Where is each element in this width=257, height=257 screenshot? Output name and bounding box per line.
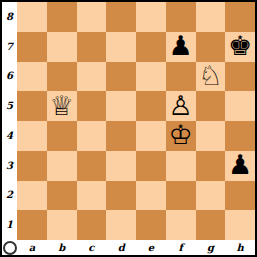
square-f7[interactable]: ♟ — [166, 32, 196, 62]
file-label-f: f — [166, 240, 196, 255]
square-f5[interactable]: ♙ — [166, 91, 196, 121]
square-c5[interactable] — [77, 91, 107, 121]
square-a1[interactable] — [17, 210, 47, 240]
square-d2[interactable] — [106, 181, 136, 211]
side-to-move-corner — [2, 240, 17, 255]
square-h3[interactable]: ♟ — [225, 151, 255, 181]
square-a8[interactable] — [17, 2, 47, 32]
rank-label-2: 2 — [2, 181, 17, 211]
file-label-a: a — [17, 240, 47, 255]
rank-label-4: 4 — [2, 121, 17, 151]
file-label-h: h — [225, 240, 255, 255]
square-b8[interactable] — [47, 2, 77, 32]
piece-white-king[interactable]: ♔ — [169, 121, 193, 148]
file-label-c: c — [77, 240, 107, 255]
square-f6[interactable] — [166, 62, 196, 92]
square-c3[interactable] — [77, 151, 107, 181]
square-h7[interactable]: ♚ — [225, 32, 255, 62]
file-label-g: g — [196, 240, 226, 255]
square-c4[interactable] — [77, 121, 107, 151]
rank-label-5: 5 — [2, 91, 17, 121]
square-c8[interactable] — [77, 2, 107, 32]
piece-white-queen[interactable]: ♕ — [50, 92, 74, 119]
rank-label-3: 3 — [2, 151, 17, 181]
square-a3[interactable] — [17, 151, 47, 181]
square-e5[interactable] — [136, 91, 166, 121]
square-e6[interactable] — [136, 62, 166, 92]
square-d1[interactable] — [106, 210, 136, 240]
piece-white-pawn[interactable]: ♙ — [169, 92, 193, 119]
square-f1[interactable] — [166, 210, 196, 240]
square-a4[interactable] — [17, 121, 47, 151]
rank-label-7: 7 — [2, 32, 17, 62]
piece-black-pawn-2[interactable]: ♟ — [228, 151, 252, 178]
square-f2[interactable] — [166, 181, 196, 211]
square-d3[interactable] — [106, 151, 136, 181]
square-c1[interactable] — [77, 210, 107, 240]
square-b7[interactable] — [47, 32, 77, 62]
square-g5[interactable] — [196, 91, 226, 121]
square-c6[interactable] — [77, 62, 107, 92]
square-b4[interactable] — [47, 121, 77, 151]
chess-board-grid: 87♟♚6♘5♕♙4♔3♟21abcdefgh — [2, 2, 255, 255]
square-b2[interactable] — [47, 181, 77, 211]
white-to-move-circle-icon — [3, 241, 17, 255]
square-g3[interactable] — [196, 151, 226, 181]
square-d8[interactable] — [106, 2, 136, 32]
square-f4[interactable]: ♔ — [166, 121, 196, 151]
piece-black-king[interactable]: ♚ — [228, 32, 252, 59]
file-label-b: b — [47, 240, 77, 255]
file-label-d: d — [106, 240, 136, 255]
square-g7[interactable] — [196, 32, 226, 62]
square-d5[interactable] — [106, 91, 136, 121]
square-e2[interactable] — [136, 181, 166, 211]
square-f8[interactable] — [166, 2, 196, 32]
square-e7[interactable] — [136, 32, 166, 62]
square-a2[interactable] — [17, 181, 47, 211]
rank-label-1: 1 — [2, 210, 17, 240]
square-d7[interactable] — [106, 32, 136, 62]
chess-board-diagram: 87♟♚6♘5♕♙4♔3♟21abcdefgh — [0, 0, 257, 257]
square-b5[interactable]: ♕ — [47, 91, 77, 121]
square-d4[interactable] — [106, 121, 136, 151]
square-a6[interactable] — [17, 62, 47, 92]
square-h1[interactable] — [225, 210, 255, 240]
rank-label-8: 8 — [2, 2, 17, 32]
square-e4[interactable] — [136, 121, 166, 151]
square-g4[interactable] — [196, 121, 226, 151]
square-g6[interactable]: ♘ — [196, 62, 226, 92]
file-label-e: e — [136, 240, 166, 255]
square-h8[interactable] — [225, 2, 255, 32]
square-g8[interactable] — [196, 2, 226, 32]
square-g2[interactable] — [196, 181, 226, 211]
square-h6[interactable] — [225, 62, 255, 92]
square-b6[interactable] — [47, 62, 77, 92]
piece-black-pawn[interactable]: ♟ — [169, 32, 193, 59]
square-e1[interactable] — [136, 210, 166, 240]
square-a7[interactable] — [17, 32, 47, 62]
square-h4[interactable] — [225, 121, 255, 151]
square-b1[interactable] — [47, 210, 77, 240]
square-b3[interactable] — [47, 151, 77, 181]
square-c7[interactable] — [77, 32, 107, 62]
square-h2[interactable] — [225, 181, 255, 211]
square-e8[interactable] — [136, 2, 166, 32]
piece-white-knight[interactable]: ♘ — [198, 62, 222, 89]
square-h5[interactable] — [225, 91, 255, 121]
square-f3[interactable] — [166, 151, 196, 181]
square-e3[interactable] — [136, 151, 166, 181]
square-g1[interactable] — [196, 210, 226, 240]
rank-label-6: 6 — [2, 62, 17, 92]
square-d6[interactable] — [106, 62, 136, 92]
square-c2[interactable] — [77, 181, 107, 211]
square-a5[interactable] — [17, 91, 47, 121]
